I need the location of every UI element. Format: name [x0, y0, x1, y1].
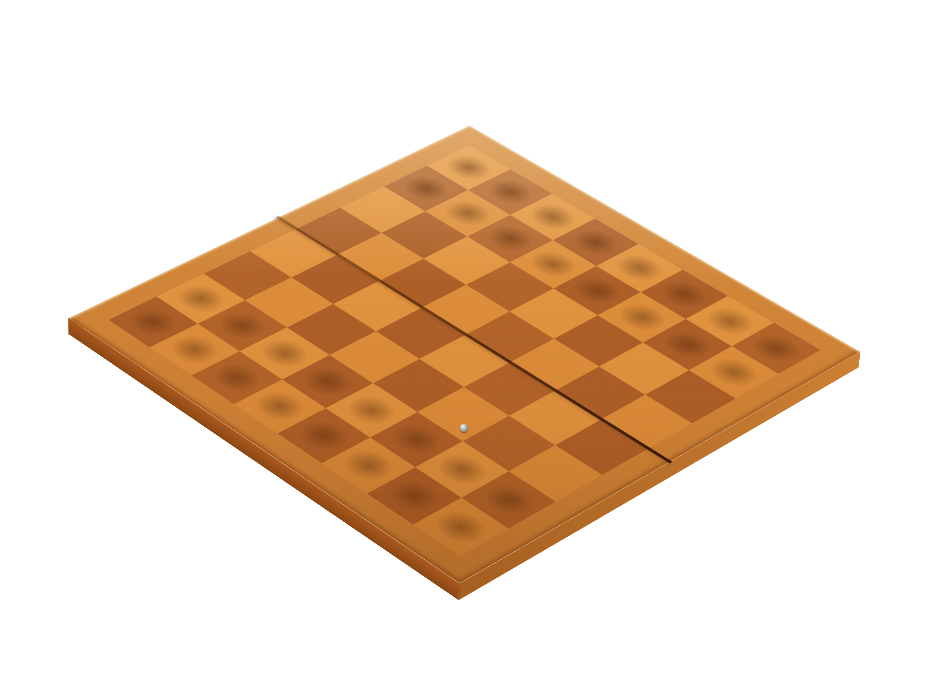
- photo-backdrop: ♜♞♝♛♚♝♞♜♟♟♟♟♟♟♟♟♟♟♟♟♟♟♟♟♜♞♝♛♚♝♞♜: [0, 0, 928, 680]
- white-rook-glyph: ♜: [422, 446, 503, 536]
- chess-board: ♜♞♝♛♚♝♞♜♟♟♟♟♟♟♟♟♟♟♟♟♟♟♟♟♜♞♝♛♚♝♞♜: [69, 126, 860, 584]
- black-pawn-glyph: ♟: [706, 315, 763, 378]
- hinge-screw: [460, 424, 468, 432]
